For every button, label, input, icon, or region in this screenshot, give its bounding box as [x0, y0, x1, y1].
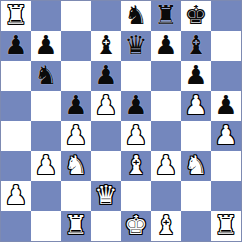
- piece-white-pawn[interactable]: ♟: [154, 152, 177, 178]
- square-f1[interactable]: ♝: [151, 211, 181, 241]
- piece-black-pawn[interactable]: ♟: [124, 92, 147, 118]
- square-c6[interactable]: [61, 61, 91, 91]
- piece-black-pawn[interactable]: ♟: [4, 32, 27, 58]
- square-h6[interactable]: [211, 61, 241, 91]
- piece-white-pawn[interactable]: ♟: [94, 92, 117, 118]
- piece-white-pawn[interactable]: ♟: [4, 182, 27, 208]
- square-d4[interactable]: [91, 121, 121, 151]
- piece-white-king[interactable]: ♚: [124, 212, 147, 238]
- square-g3[interactable]: ♞: [181, 151, 211, 181]
- square-b4[interactable]: [31, 121, 61, 151]
- square-e5[interactable]: ♟: [121, 91, 151, 121]
- square-e1[interactable]: ♚: [121, 211, 151, 241]
- square-b6[interactable]: ♞: [31, 61, 61, 91]
- square-d5[interactable]: ♟: [91, 91, 121, 121]
- piece-white-pawn[interactable]: ♟: [124, 122, 147, 148]
- square-h7[interactable]: [211, 31, 241, 61]
- piece-black-queen[interactable]: ♛: [124, 32, 147, 58]
- piece-black-rook[interactable]: ♜: [154, 2, 177, 28]
- square-h2[interactable]: [211, 181, 241, 211]
- piece-white-pawn[interactable]: ♟: [214, 122, 237, 148]
- piece-white-bishop[interactable]: ♝: [124, 152, 147, 178]
- square-c7[interactable]: [61, 31, 91, 61]
- square-f7[interactable]: ♟: [151, 31, 181, 61]
- square-d3[interactable]: [91, 151, 121, 181]
- square-f2[interactable]: [151, 181, 181, 211]
- square-h1[interactable]: ♜: [211, 211, 241, 241]
- square-d1[interactable]: [91, 211, 121, 241]
- chess-board: ♜♞♜♚♟♟♝♛♟♝♞♟♟♟♟♟♟♟♟♟♟♟♞♝♟♞♟♛♜♚♝♜: [0, 0, 242, 242]
- square-b8[interactable]: [31, 1, 61, 31]
- square-c3[interactable]: ♞: [61, 151, 91, 181]
- square-h8[interactable]: [211, 1, 241, 31]
- square-b7[interactable]: ♟: [31, 31, 61, 61]
- square-g4[interactable]: [181, 121, 211, 151]
- square-e2[interactable]: [121, 181, 151, 211]
- square-e8[interactable]: ♞: [121, 1, 151, 31]
- square-g7[interactable]: ♝: [181, 31, 211, 61]
- square-f6[interactable]: [151, 61, 181, 91]
- piece-black-pawn[interactable]: ♟: [154, 32, 177, 58]
- piece-white-knight[interactable]: ♞: [64, 152, 87, 178]
- square-f4[interactable]: [151, 121, 181, 151]
- piece-white-pawn[interactable]: ♟: [184, 92, 207, 118]
- square-g1[interactable]: [181, 211, 211, 241]
- square-b1[interactable]: [31, 211, 61, 241]
- square-a8[interactable]: ♜: [1, 1, 31, 31]
- square-g2[interactable]: [181, 181, 211, 211]
- square-f3[interactable]: ♟: [151, 151, 181, 181]
- square-a3[interactable]: [1, 151, 31, 181]
- square-c4[interactable]: ♟: [61, 121, 91, 151]
- square-f5[interactable]: [151, 91, 181, 121]
- square-e7[interactable]: ♛: [121, 31, 151, 61]
- piece-black-pawn[interactable]: ♟: [94, 62, 117, 88]
- piece-white-rook[interactable]: ♜: [64, 212, 87, 238]
- square-h5[interactable]: ♟: [211, 91, 241, 121]
- square-b5[interactable]: [31, 91, 61, 121]
- square-c1[interactable]: ♜: [61, 211, 91, 241]
- piece-white-rook[interactable]: ♜: [214, 212, 237, 238]
- chess-board-container: ♜♞♜♚♟♟♝♛♟♝♞♟♟♟♟♟♟♟♟♟♟♟♞♝♟♞♟♛♜♚♝♜: [0, 0, 242, 242]
- piece-white-rook[interactable]: ♜: [4, 2, 27, 28]
- square-h3[interactable]: [211, 151, 241, 181]
- piece-black-king[interactable]: ♚: [184, 2, 207, 28]
- piece-black-bishop[interactable]: ♝: [94, 32, 117, 58]
- piece-white-queen[interactable]: ♛: [94, 182, 117, 208]
- square-g8[interactable]: ♚: [181, 1, 211, 31]
- square-c5[interactable]: ♟: [61, 91, 91, 121]
- square-g5[interactable]: ♟: [181, 91, 211, 121]
- piece-white-knight[interactable]: ♞: [184, 152, 207, 178]
- piece-white-pawn[interactable]: ♟: [64, 122, 87, 148]
- square-a2[interactable]: ♟: [1, 181, 31, 211]
- square-f8[interactable]: ♜: [151, 1, 181, 31]
- piece-black-knight[interactable]: ♞: [34, 62, 57, 88]
- square-a7[interactable]: ♟: [1, 31, 31, 61]
- piece-white-pawn[interactable]: ♟: [34, 152, 57, 178]
- piece-black-pawn[interactable]: ♟: [34, 32, 57, 58]
- piece-black-pawn[interactable]: ♟: [214, 92, 237, 118]
- square-b2[interactable]: [31, 181, 61, 211]
- square-c8[interactable]: [61, 1, 91, 31]
- square-a4[interactable]: [1, 121, 31, 151]
- square-b3[interactable]: ♟: [31, 151, 61, 181]
- square-a1[interactable]: [1, 211, 31, 241]
- square-d6[interactable]: ♟: [91, 61, 121, 91]
- square-g6[interactable]: ♟: [181, 61, 211, 91]
- square-h4[interactable]: ♟: [211, 121, 241, 151]
- square-d7[interactable]: ♝: [91, 31, 121, 61]
- square-c2[interactable]: [61, 181, 91, 211]
- piece-black-bishop[interactable]: ♝: [184, 32, 207, 58]
- piece-black-pawn[interactable]: ♟: [64, 92, 87, 118]
- square-e3[interactable]: ♝: [121, 151, 151, 181]
- square-d2[interactable]: ♛: [91, 181, 121, 211]
- piece-black-pawn[interactable]: ♟: [184, 62, 207, 88]
- square-a6[interactable]: [1, 61, 31, 91]
- square-a5[interactable]: [1, 91, 31, 121]
- piece-black-knight[interactable]: ♞: [124, 2, 147, 28]
- piece-white-bishop[interactable]: ♝: [154, 212, 177, 238]
- square-d8[interactable]: [91, 1, 121, 31]
- square-e4[interactable]: ♟: [121, 121, 151, 151]
- square-e6[interactable]: [121, 61, 151, 91]
